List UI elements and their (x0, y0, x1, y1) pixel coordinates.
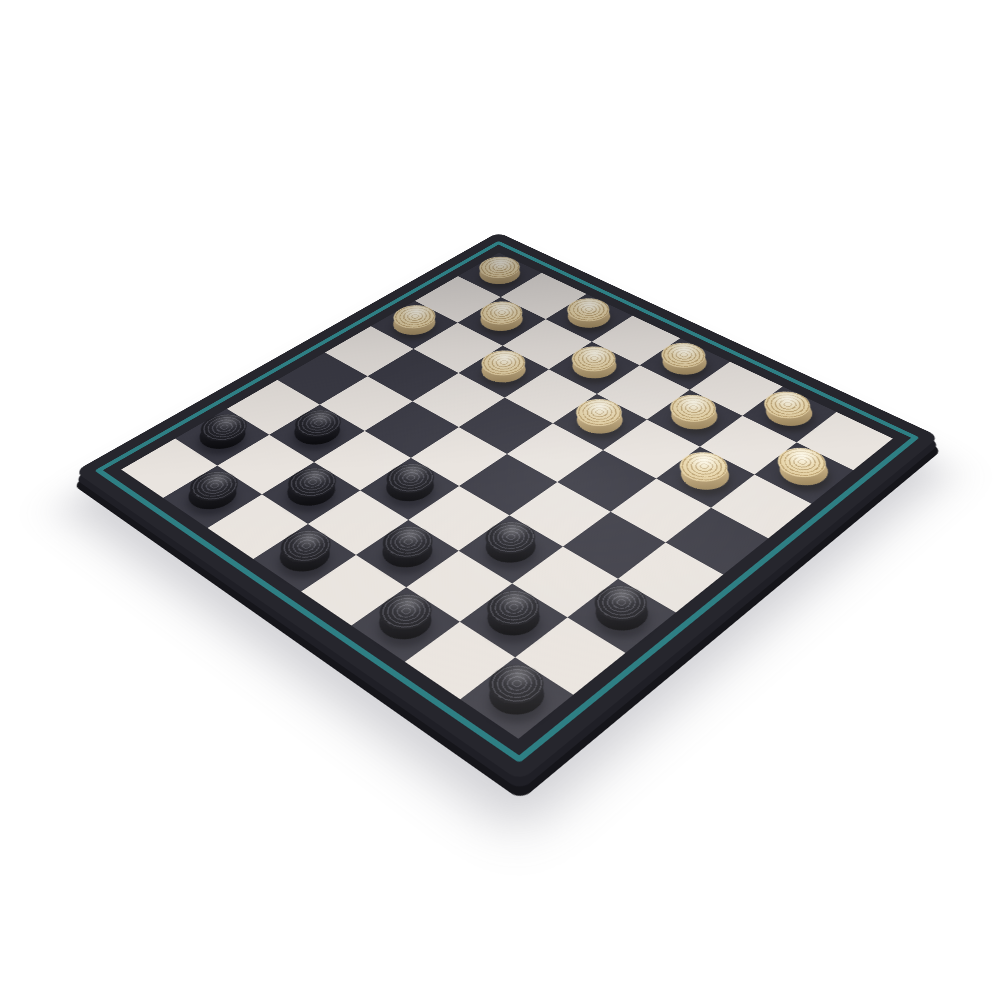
checkers-board (75, 232, 940, 781)
scene (0, 0, 1000, 1000)
play-area (121, 253, 893, 739)
